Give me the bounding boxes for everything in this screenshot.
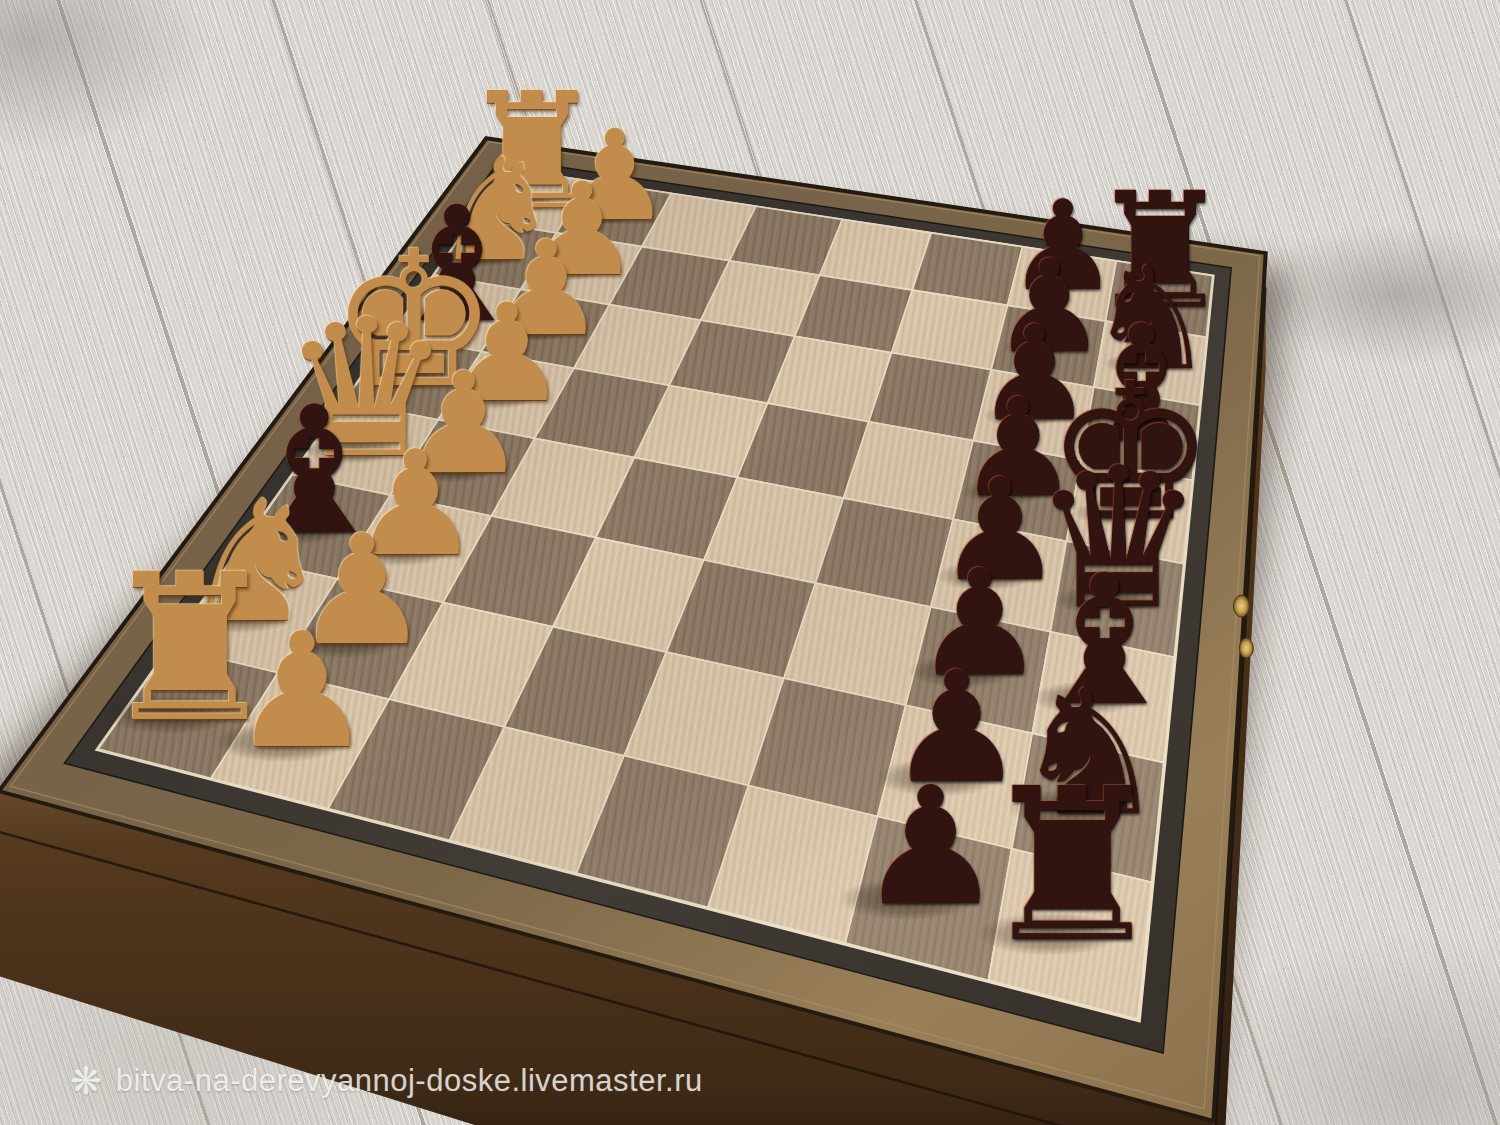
chess-board bbox=[0, 0, 1500, 1125]
scene: ♜♟♞♟♟♜♝♟♟♞♚♟♟♝♛♟♟♚♝♟♟♛♞♟♟♝♜♟♟♞♟♜ ❋ bitva… bbox=[0, 0, 1500, 1125]
brass-latch-knob-bottom bbox=[1239, 638, 1253, 658]
watermark-text: bitva-na-derevyannoj-doske.livemaster.ru bbox=[116, 1063, 703, 1099]
brass-latch-knob-top bbox=[1233, 595, 1249, 617]
watermark-star-icon: ❋ bbox=[70, 1062, 102, 1100]
watermark: ❋ bitva-na-derevyannoj-doske.livemaster.… bbox=[70, 1062, 703, 1100]
